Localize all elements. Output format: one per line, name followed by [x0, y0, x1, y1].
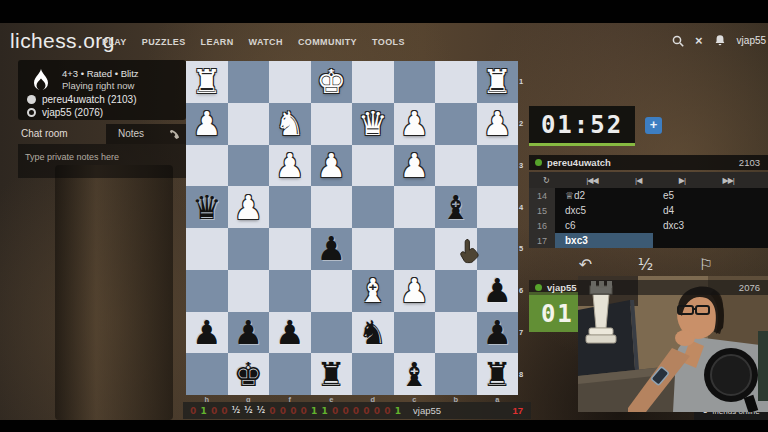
- header-username[interactable]: vjap55: [737, 35, 766, 46]
- white-pawn-a2[interactable]: ♟: [477, 103, 519, 145]
- square-c8[interactable]: ♝: [394, 353, 436, 395]
- square-g3[interactable]: [228, 145, 270, 187]
- white-player-row[interactable]: pereu4uwatch (2103): [27, 94, 137, 105]
- square-f4[interactable]: [269, 186, 311, 228]
- white-color-disc: [27, 95, 36, 104]
- square-f5[interactable]: [269, 228, 311, 270]
- square-b2[interactable]: [435, 103, 477, 145]
- nav-item-community[interactable]: COMMUNITY: [298, 37, 357, 47]
- player-top-name[interactable]: pereu4uwatch: [547, 157, 611, 168]
- white-rook-h1[interactable]: ♜: [186, 61, 228, 103]
- square-g7[interactable]: ♟: [228, 312, 270, 354]
- result-draw: ½: [244, 406, 252, 415]
- square-c1[interactable]: [394, 61, 436, 103]
- result-loss: 0: [384, 406, 390, 416]
- move-black[interactable]: d4: [653, 203, 768, 218]
- player-bottom-name[interactable]: vjap55: [547, 282, 577, 293]
- rank-label-3: 3: [519, 145, 529, 187]
- black-player-row[interactable]: vjap55 (2076): [27, 107, 103, 118]
- square-c7[interactable]: [394, 312, 436, 354]
- first-move-icon[interactable]: |◀◀: [586, 176, 597, 185]
- black-knight-d7[interactable]: ♞: [352, 312, 394, 354]
- square-e7[interactable]: [311, 312, 353, 354]
- square-d6[interactable]: ♝: [352, 270, 394, 312]
- move-controls: ↻|◀◀|◀▶|▶▶|: [529, 172, 768, 188]
- black-king-g8[interactable]: ♚: [228, 353, 270, 395]
- square-b6[interactable]: [435, 270, 477, 312]
- white-pawn-c2[interactable]: ♟: [394, 103, 436, 145]
- black-queen-h4[interactable]: ♛: [186, 186, 228, 228]
- square-a4[interactable]: [477, 186, 519, 228]
- rank-label-6: 6: [519, 270, 529, 312]
- square-g5[interactable]: [228, 228, 270, 270]
- streamer-webcam: [578, 276, 768, 412]
- rank-labels: 12345678: [519, 61, 529, 395]
- phone-icon[interactable]: [169, 129, 180, 140]
- time-bar-top: [529, 143, 635, 146]
- last-move-icon[interactable]: ▶▶|: [723, 176, 734, 185]
- move-white[interactable]: bxc3: [555, 233, 653, 248]
- background-pillar: [55, 165, 173, 420]
- nav-item-puzzles[interactable]: PUZZLES: [142, 37, 186, 47]
- nav-item-tools[interactable]: TOOLS: [372, 37, 405, 47]
- square-c6[interactable]: ♟: [394, 270, 436, 312]
- square-d2[interactable]: ♛: [352, 103, 394, 145]
- result-loss: 0: [342, 406, 348, 416]
- notes-input[interactable]: Type private notes here: [18, 144, 186, 178]
- square-h5[interactable]: [186, 228, 228, 270]
- notes-placeholder: Type private notes here: [18, 144, 186, 162]
- online-dot: [535, 159, 542, 166]
- white-pawn-f3[interactable]: ♟: [269, 145, 311, 187]
- square-g2[interactable]: [228, 103, 270, 145]
- square-c5[interactable]: [394, 228, 436, 270]
- square-a1[interactable]: ♜: [477, 61, 519, 103]
- rank-label-5: 5: [519, 228, 529, 270]
- result-loss: 0: [374, 406, 380, 416]
- letterbox-top: [0, 0, 768, 23]
- player-bar-bottom: vjap55 2076: [529, 280, 768, 295]
- black-bishop-c8[interactable]: ♝: [394, 353, 436, 395]
- draw-offer-icon[interactable]: ½: [638, 255, 654, 274]
- chess-board: ♜♚♜♟♞♛♟♟♟♟♟♛♟♝♟♝♟♟♟♟♟♞♟♚♜♝♜: [186, 61, 518, 395]
- square-g8[interactable]: ♚: [228, 353, 270, 395]
- chair-back: [758, 331, 768, 401]
- square-h7[interactable]: ♟: [186, 312, 228, 354]
- result-loss: 0: [269, 406, 275, 416]
- white-king-e1[interactable]: ♚: [311, 61, 353, 103]
- game-actions: ↶ ½ ⚐: [556, 251, 736, 278]
- white-queen-d2[interactable]: ♛: [352, 103, 394, 145]
- square-h8[interactable]: [186, 353, 228, 395]
- prev-move-icon[interactable]: |◀: [635, 176, 641, 185]
- square-d7[interactable]: ♞: [352, 312, 394, 354]
- square-f8[interactable]: [269, 353, 311, 395]
- game-status: Playing right now: [62, 80, 134, 91]
- result-win: 1: [321, 406, 327, 416]
- game-time-mode: 4+3 • Rated • Blitz: [62, 68, 139, 79]
- white-pawn-g4[interactable]: ♟: [228, 186, 270, 228]
- white-rook-a1[interactable]: ♜: [477, 61, 519, 103]
- move-white[interactable]: dxc5: [555, 203, 653, 218]
- square-a6[interactable]: ♟: [477, 270, 519, 312]
- result-loss: 0: [221, 406, 227, 416]
- square-h3[interactable]: [186, 145, 228, 187]
- hand-cursor: [458, 238, 482, 266]
- player-top-rating: 2103: [739, 157, 760, 168]
- move-number: 16: [529, 218, 555, 233]
- nav-item-learn[interactable]: LEARN: [201, 37, 234, 47]
- result-draw: ½: [257, 406, 265, 415]
- square-e1[interactable]: ♚: [311, 61, 353, 103]
- move-black[interactable]: dxc3: [653, 218, 768, 233]
- square-e3[interactable]: ♟: [311, 145, 353, 187]
- square-g4[interactable]: ♟: [228, 186, 270, 228]
- bell-icon[interactable]: [714, 34, 726, 47]
- square-h1[interactable]: ♜: [186, 61, 228, 103]
- challenge-cross-icon[interactable]: ×: [695, 35, 703, 47]
- square-c4[interactable]: [394, 186, 436, 228]
- square-h2[interactable]: ♟: [186, 103, 228, 145]
- move-list: 14♕d2e515dxc5d416c6dxc317bxc3: [529, 188, 768, 248]
- move-white[interactable]: c6: [555, 218, 653, 233]
- white-pawn-c3[interactable]: ♟: [394, 145, 436, 187]
- result-win: 1: [395, 406, 401, 416]
- move-white[interactable]: ♕d2: [555, 188, 653, 203]
- square-f2[interactable]: ♞: [269, 103, 311, 145]
- game-info-box: 4+3 • Rated • Blitz Playing right now pe…: [18, 60, 186, 120]
- black-pawn-g7[interactable]: ♟: [228, 312, 270, 354]
- white-player-label: pereu4uwatch (2103): [42, 94, 137, 105]
- square-d8[interactable]: [352, 353, 394, 395]
- square-g1[interactable]: [228, 61, 270, 103]
- takeback-icon[interactable]: ↶: [579, 255, 592, 274]
- square-a8[interactable]: ♜: [477, 353, 519, 395]
- square-e6[interactable]: [311, 270, 353, 312]
- player-bottom-rating: 2076: [739, 282, 760, 293]
- square-f1[interactable]: [269, 61, 311, 103]
- square-f3[interactable]: ♟: [269, 145, 311, 187]
- square-b3[interactable]: [435, 145, 477, 187]
- search-icon[interactable]: [672, 35, 684, 47]
- square-e8[interactable]: ♜: [311, 353, 353, 395]
- tab-notes[interactable]: Notes: [106, 124, 186, 144]
- square-a5[interactable]: [477, 228, 519, 270]
- move-number: 15: [529, 203, 555, 218]
- black-bishop-b4[interactable]: ♝: [435, 186, 477, 228]
- move-number: 17: [529, 233, 555, 248]
- result-loss: 0: [363, 406, 369, 416]
- square-b1[interactable]: [435, 61, 477, 103]
- rank-label-2: 2: [519, 103, 529, 145]
- next-move-icon[interactable]: ▶|: [679, 176, 685, 185]
- black-pawn-e5[interactable]: ♟: [311, 228, 353, 270]
- result-loss: 0: [353, 406, 359, 416]
- tab-chat-room[interactable]: Chat room: [18, 124, 106, 144]
- square-d3[interactable]: [352, 145, 394, 187]
- square-b8[interactable]: [435, 353, 477, 395]
- black-pawn-f7[interactable]: ♟: [269, 312, 311, 354]
- square-c2[interactable]: ♟: [394, 103, 436, 145]
- result-win: 1: [200, 406, 206, 416]
- black-rook-a8[interactable]: ♜: [477, 353, 519, 395]
- square-b7[interactable]: [435, 312, 477, 354]
- square-f6[interactable]: [269, 270, 311, 312]
- nav-item-watch[interactable]: WATCH: [249, 37, 283, 47]
- result-loss: 0: [301, 406, 307, 416]
- rank-label-1: 1: [519, 61, 529, 103]
- black-color-disc: [27, 108, 36, 117]
- black-rook-e8[interactable]: ♜: [311, 353, 353, 395]
- result-loss: 0: [190, 406, 196, 416]
- square-c3[interactable]: ♟: [394, 145, 436, 187]
- rank-label-7: 7: [519, 312, 529, 354]
- rank-label-4: 4: [519, 186, 529, 228]
- move-row-16: 16c6dxc3: [529, 218, 768, 233]
- flip-board-icon[interactable]: ↻: [543, 176, 549, 185]
- chat-tabs: Chat room Notes: [18, 124, 186, 144]
- session-score-strip: 0100½½½0000110000001vjap5517: [183, 402, 531, 419]
- result-loss: 0: [332, 406, 338, 416]
- rank-label-8: 8: [519, 353, 529, 395]
- letterbox-bottom: [0, 420, 768, 432]
- resign-flag-icon[interactable]: ⚐: [699, 255, 713, 274]
- result-loss: 0: [211, 406, 217, 416]
- result-draw: ½: [232, 406, 240, 415]
- move-number: 14: [529, 188, 555, 203]
- square-h4[interactable]: ♛: [186, 186, 228, 228]
- square-a2[interactable]: ♟: [477, 103, 519, 145]
- square-f7[interactable]: ♟: [269, 312, 311, 354]
- square-d4[interactable]: [352, 186, 394, 228]
- white-pawn-h2[interactable]: ♟: [186, 103, 228, 145]
- result-loss: 0: [280, 406, 286, 416]
- square-e4[interactable]: [311, 186, 353, 228]
- square-a7[interactable]: ♟: [477, 312, 519, 354]
- result-win: 1: [311, 406, 317, 416]
- move-row-17: 17bxc3: [529, 233, 768, 248]
- black-player-label: vjap55 (2076): [42, 107, 103, 118]
- score-strip-username: vjap55: [413, 405, 441, 416]
- square-e2[interactable]: [311, 103, 353, 145]
- clock-top: 01:52: [529, 106, 635, 143]
- online-dot: [535, 284, 542, 291]
- nav-item-play[interactable]: PLAY: [102, 37, 127, 47]
- move-row-15: 15dxc5d4: [529, 203, 768, 218]
- square-e5[interactable]: ♟: [311, 228, 353, 270]
- black-pawn-a6[interactable]: ♟: [477, 270, 519, 312]
- white-bishop-d6[interactable]: ♝: [352, 270, 394, 312]
- move-row-14: 14♕d2e5: [529, 188, 768, 203]
- tab-notes-label: Notes: [118, 128, 144, 139]
- square-h6[interactable]: [186, 270, 228, 312]
- screen: lichess.org PLAYPUZZLESLEARNWATCHCOMMUNI…: [0, 0, 768, 432]
- move-black[interactable]: e5: [653, 188, 768, 203]
- square-b4[interactable]: ♝: [435, 186, 477, 228]
- black-pawn-a7[interactable]: ♟: [477, 312, 519, 354]
- score-strip-total: 17: [512, 405, 523, 416]
- black-pawn-h7[interactable]: ♟: [186, 312, 228, 354]
- header-right: × vjap55: [672, 34, 766, 47]
- lichess-logo[interactable]: lichess.org: [10, 29, 115, 53]
- white-knight-f2[interactable]: ♞: [269, 103, 311, 145]
- add-time-button[interactable]: +: [645, 117, 662, 134]
- white-pawn-c6[interactable]: ♟: [394, 270, 436, 312]
- player-bar-top: pereu4uwatch 2103: [529, 155, 768, 170]
- square-a3[interactable]: [477, 145, 519, 187]
- result-loss: 0: [290, 406, 296, 416]
- move-black[interactable]: [653, 233, 768, 248]
- square-g6[interactable]: [228, 270, 270, 312]
- blitz-flame-icon: [31, 67, 51, 93]
- square-d5[interactable]: [352, 228, 394, 270]
- main-nav: PLAYPUZZLESLEARNWATCHCOMMUNITYTOOLS: [102, 37, 405, 47]
- white-pawn-e3[interactable]: ♟: [311, 145, 353, 187]
- square-d1[interactable]: [352, 61, 394, 103]
